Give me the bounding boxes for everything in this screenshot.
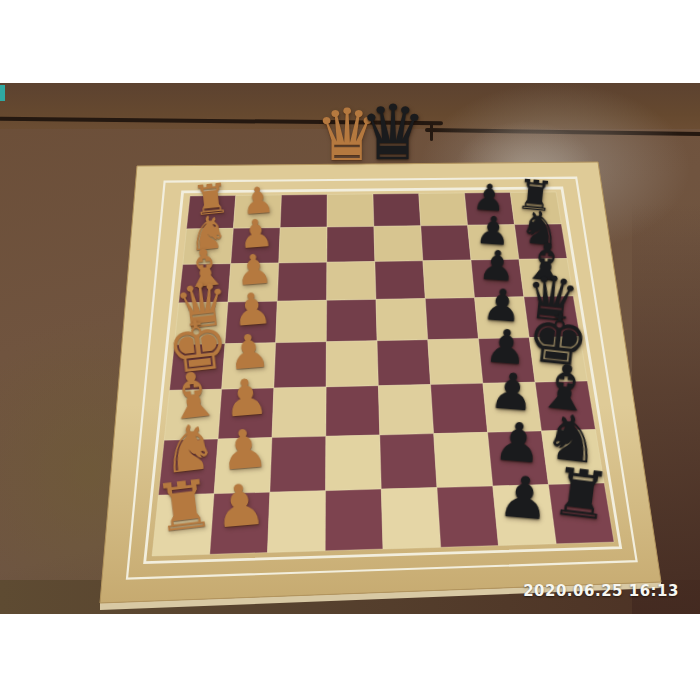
piece-bP-h7: ♟: [496, 467, 552, 529]
piece-bP-g7: ♟: [491, 414, 543, 471]
piece-wR-h1: ♜: [151, 470, 217, 542]
piece-wP-h2: ♟: [212, 476, 268, 538]
piece-bR-h8: ♜: [548, 458, 614, 530]
table-photo: ♜♟♟♜♞♟♟♞♝♟♟♝♛♟♟♛♚♟♟♚♝♟♟♝♞♟♟♞♜♟♟♜♛♛ 2020.…: [0, 83, 700, 614]
photo-canvas: ♜♟♟♜♞♟♟♞♝♟♟♝♛♟♟♛♚♟♟♚♝♟♟♝♞♟♟♞♜♟♟♜♛♛ 2020.…: [0, 0, 700, 700]
pieces-layer: ♜♟♟♜♞♟♟♞♝♟♟♝♛♟♟♛♚♟♟♚♝♟♟♝♞♟♟♞♜♟♟♜♛♛: [0, 83, 700, 614]
timestamp: 2020.06.25 16:13: [523, 582, 679, 600]
spare-black-queen: ♛: [359, 95, 427, 171]
